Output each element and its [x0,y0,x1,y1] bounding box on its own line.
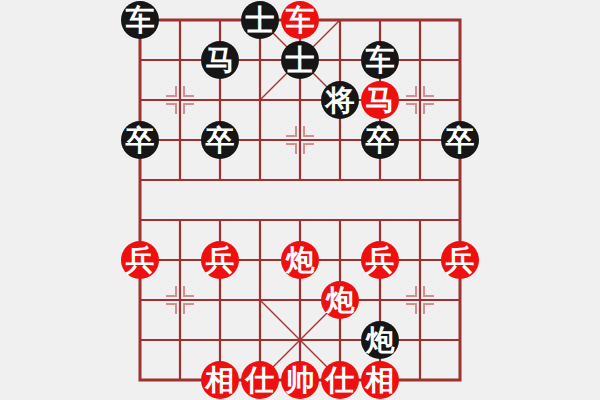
board-point: 卒 [120,120,160,160]
board-point: 仕 [240,360,280,400]
piece-red-soldier[interactable]: 兵 [441,241,479,279]
piece-red-soldier[interactable]: 兵 [361,241,399,279]
piece-red-cannon[interactable]: 炮 [281,241,319,279]
piece-black-king[interactable]: 将 [321,81,359,119]
board-point: 兵 [200,240,240,280]
piece-black-soldier[interactable]: 卒 [441,121,479,159]
piece-red-cannon[interactable]: 炮 [321,281,359,319]
board-point: 车 [360,40,400,80]
board-point: 兵 [440,240,480,280]
xiangqi-app: 车士车马士车将马卒卒卒卒兵兵炮兵兵炮炮相仕帅仕相 [0,0,600,400]
board-point: 相 [200,360,240,400]
piece-black-horse[interactable]: 马 [201,41,239,79]
board-point: 车 [120,0,160,40]
piece-black-soldier[interactable]: 卒 [121,121,159,159]
board-point: 兵 [120,240,160,280]
board-point: 炮 [280,240,320,280]
piece-red-king[interactable]: 帅 [281,361,319,399]
board-point: 车 [280,0,320,40]
board-point: 兵 [360,240,400,280]
board-point: 帅 [280,360,320,400]
board-point: 马 [200,40,240,80]
piece-red-soldier[interactable]: 兵 [121,241,159,279]
piece-black-chariot[interactable]: 车 [121,1,159,39]
board-point: 相 [360,360,400,400]
piece-red-soldier[interactable]: 兵 [201,241,239,279]
piece-black-soldier[interactable]: 卒 [201,121,239,159]
piece-black-advisor[interactable]: 士 [281,41,319,79]
xiangqi-board[interactable]: 车士车马士车将马卒卒卒卒兵兵炮兵兵炮炮相仕帅仕相 [120,0,480,400]
piece-black-advisor[interactable]: 士 [241,1,279,39]
board-point: 炮 [360,320,400,360]
piece-red-advisor[interactable]: 仕 [321,361,359,399]
piece-red-elephant[interactable]: 相 [361,361,399,399]
piece-black-soldier[interactable]: 卒 [361,121,399,159]
board-point: 卒 [200,120,240,160]
board-point: 士 [280,40,320,80]
board-point: 士 [240,0,280,40]
board-point: 卒 [440,120,480,160]
board-point: 仕 [320,360,360,400]
board-point: 炮 [320,280,360,320]
piece-black-cannon[interactable]: 炮 [361,321,399,359]
piece-red-elephant[interactable]: 相 [201,361,239,399]
piece-red-chariot[interactable]: 车 [281,1,319,39]
board-point: 将 [320,80,360,120]
board-point: 马 [360,80,400,120]
piece-red-horse[interactable]: 马 [361,81,399,119]
piece-red-advisor[interactable]: 仕 [241,361,279,399]
board-point: 卒 [360,120,400,160]
piece-black-chariot[interactable]: 车 [361,41,399,79]
